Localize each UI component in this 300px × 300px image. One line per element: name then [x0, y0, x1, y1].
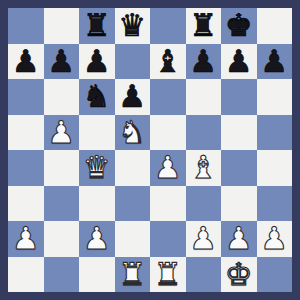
chess-board: ♜♛♜♚♟♟♟♝♟♟♟♞♟♟♞♛♟♝♟♟♟♟♟♜♜♚ [8, 8, 292, 292]
square-f3[interactable] [186, 186, 222, 222]
square-g8[interactable]: ♚ [221, 8, 257, 44]
square-a4[interactable] [8, 150, 44, 186]
square-f6[interactable] [186, 79, 222, 115]
square-f5[interactable] [186, 115, 222, 151]
square-c3[interactable] [79, 186, 115, 222]
piece-white-knight-d5[interactable]: ♞ [118, 115, 146, 151]
square-h3[interactable] [257, 186, 293, 222]
square-g1[interactable]: ♚ [221, 257, 257, 293]
square-g3[interactable] [221, 186, 257, 222]
piece-black-pawn-d6[interactable]: ♟ [118, 79, 146, 115]
square-d2[interactable] [115, 221, 151, 257]
square-f2[interactable]: ♟ [186, 221, 222, 257]
piece-white-bishop-f4[interactable]: ♝ [189, 150, 217, 186]
square-e5[interactable] [150, 115, 186, 151]
square-c6[interactable]: ♞ [79, 79, 115, 115]
piece-black-pawn-c7[interactable]: ♟ [83, 44, 111, 80]
square-e7[interactable]: ♝ [150, 44, 186, 80]
piece-white-pawn-e4[interactable]: ♟ [154, 150, 182, 186]
square-c4[interactable]: ♛ [79, 150, 115, 186]
square-f1[interactable] [186, 257, 222, 293]
piece-white-pawn-a2[interactable]: ♟ [12, 221, 40, 257]
square-h4[interactable] [257, 150, 293, 186]
piece-white-rook-d1[interactable]: ♜ [118, 257, 146, 293]
square-c7[interactable]: ♟ [79, 44, 115, 80]
square-e4[interactable]: ♟ [150, 150, 186, 186]
square-g2[interactable]: ♟ [221, 221, 257, 257]
square-d1[interactable]: ♜ [115, 257, 151, 293]
square-b5[interactable]: ♟ [44, 115, 80, 151]
square-g5[interactable] [221, 115, 257, 151]
square-d4[interactable] [115, 150, 151, 186]
chess-board-frame: ♜♛♜♚♟♟♟♝♟♟♟♞♟♟♞♛♟♝♟♟♟♟♟♜♜♚ [0, 0, 300, 300]
square-d3[interactable] [115, 186, 151, 222]
square-d6[interactable]: ♟ [115, 79, 151, 115]
square-c5[interactable] [79, 115, 115, 151]
square-e6[interactable] [150, 79, 186, 115]
square-f7[interactable]: ♟ [186, 44, 222, 80]
square-h8[interactable] [257, 8, 293, 44]
square-a2[interactable]: ♟ [8, 221, 44, 257]
piece-black-pawn-h7[interactable]: ♟ [260, 44, 288, 80]
piece-white-pawn-h2[interactable]: ♟ [260, 221, 288, 257]
square-d5[interactable]: ♞ [115, 115, 151, 151]
piece-black-rook-f8[interactable]: ♜ [189, 8, 217, 44]
square-g7[interactable]: ♟ [221, 44, 257, 80]
square-e8[interactable] [150, 8, 186, 44]
square-e1[interactable]: ♜ [150, 257, 186, 293]
square-b3[interactable] [44, 186, 80, 222]
piece-black-knight-c6[interactable]: ♞ [83, 79, 111, 115]
square-h6[interactable] [257, 79, 293, 115]
square-a6[interactable] [8, 79, 44, 115]
square-f4[interactable]: ♝ [186, 150, 222, 186]
piece-white-pawn-g2[interactable]: ♟ [225, 221, 253, 257]
square-b7[interactable]: ♟ [44, 44, 80, 80]
piece-white-pawn-f2[interactable]: ♟ [189, 221, 217, 257]
square-e3[interactable] [150, 186, 186, 222]
piece-black-king-g8[interactable]: ♚ [225, 8, 253, 44]
square-e2[interactable] [150, 221, 186, 257]
square-d8[interactable]: ♛ [115, 8, 151, 44]
square-f8[interactable]: ♜ [186, 8, 222, 44]
square-h7[interactable]: ♟ [257, 44, 293, 80]
piece-black-pawn-g7[interactable]: ♟ [225, 44, 253, 80]
piece-white-pawn-b5[interactable]: ♟ [47, 115, 75, 151]
square-g6[interactable] [221, 79, 257, 115]
square-b4[interactable] [44, 150, 80, 186]
piece-black-pawn-b7[interactable]: ♟ [47, 44, 75, 80]
square-a7[interactable]: ♟ [8, 44, 44, 80]
piece-white-queen-c4[interactable]: ♛ [83, 150, 111, 186]
piece-white-king-g1[interactable]: ♚ [225, 257, 253, 293]
piece-white-rook-e1[interactable]: ♜ [154, 257, 182, 293]
square-a5[interactable] [8, 115, 44, 151]
square-g4[interactable] [221, 150, 257, 186]
square-a3[interactable] [8, 186, 44, 222]
square-c1[interactable] [79, 257, 115, 293]
piece-black-rook-c8[interactable]: ♜ [83, 8, 111, 44]
square-b6[interactable] [44, 79, 80, 115]
square-c2[interactable]: ♟ [79, 221, 115, 257]
square-a1[interactable] [8, 257, 44, 293]
square-b2[interactable] [44, 221, 80, 257]
square-c8[interactable]: ♜ [79, 8, 115, 44]
square-b8[interactable] [44, 8, 80, 44]
piece-white-pawn-c2[interactable]: ♟ [83, 221, 111, 257]
piece-black-pawn-f7[interactable]: ♟ [189, 44, 217, 80]
square-h5[interactable] [257, 115, 293, 151]
square-d7[interactable] [115, 44, 151, 80]
square-a8[interactable] [8, 8, 44, 44]
piece-black-pawn-a7[interactable]: ♟ [12, 44, 40, 80]
piece-black-bishop-e7[interactable]: ♝ [154, 44, 182, 80]
square-h2[interactable]: ♟ [257, 221, 293, 257]
square-b1[interactable] [44, 257, 80, 293]
square-h1[interactable] [257, 257, 293, 293]
piece-black-queen-d8[interactable]: ♛ [118, 8, 146, 44]
